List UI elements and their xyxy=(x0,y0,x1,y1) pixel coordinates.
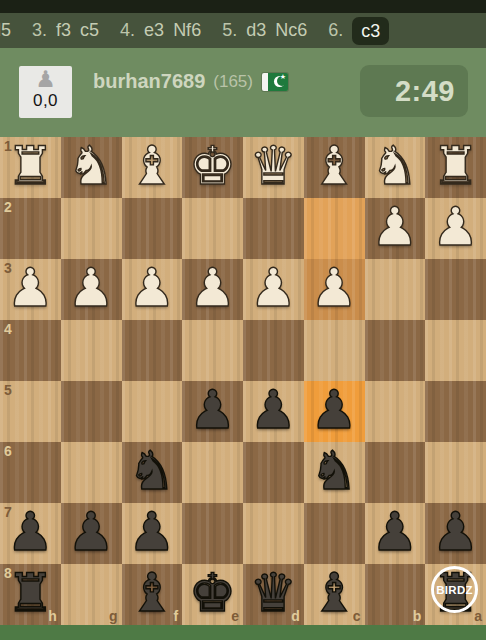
square-g1[interactable]: ♞ xyxy=(61,137,122,198)
square-c1[interactable]: ♝ xyxy=(304,137,365,198)
piece-white-queen[interactable]: ♛ xyxy=(243,137,304,198)
piece-white-knight[interactable]: ♞ xyxy=(365,137,426,198)
square-b4[interactable] xyxy=(365,320,426,381)
opponent-bar: ♟ 0,0 burhan7689 (165) ★ 2:49 xyxy=(0,48,486,137)
move-list: d53.f3c54.e3Nf65.d3Nc66.c3 xyxy=(0,13,486,48)
square-f4[interactable] xyxy=(122,320,183,381)
square-a5[interactable] xyxy=(425,381,486,442)
square-a3[interactable] xyxy=(425,259,486,320)
opponent-rating: (165) xyxy=(213,72,253,92)
square-g3[interactable]: ♟ xyxy=(61,259,122,320)
square-a7[interactable]: ♟ xyxy=(425,503,486,564)
piece-white-pawn[interactable]: ♟ xyxy=(61,259,122,320)
square-f7[interactable]: ♟ xyxy=(122,503,183,564)
square-g5[interactable] xyxy=(61,381,122,442)
file-label-c: c xyxy=(353,608,361,624)
square-f6[interactable]: ♞ xyxy=(122,442,183,503)
square-a4[interactable] xyxy=(425,320,486,381)
piece-white-bishop[interactable]: ♝ xyxy=(304,137,365,198)
rank-label-5: 5 xyxy=(4,382,12,398)
square-f3[interactable]: ♟ xyxy=(122,259,183,320)
piece-white-knight[interactable]: ♞ xyxy=(61,137,122,198)
pawn-icon: ♟ xyxy=(35,67,56,91)
piece-black-knight[interactable]: ♞ xyxy=(122,442,183,503)
bottom-strip xyxy=(0,625,486,640)
square-a2[interactable]: ♟ xyxy=(425,198,486,259)
rank-label-3: 3 xyxy=(4,260,12,276)
piece-white-bishop[interactable]: ♝ xyxy=(122,137,183,198)
piece-white-rook[interactable]: ♜ xyxy=(425,137,486,198)
square-d1[interactable]: ♛ xyxy=(243,137,304,198)
square-a1[interactable]: ♜ xyxy=(425,137,486,198)
square-d4[interactable] xyxy=(243,320,304,381)
file-label-f: f xyxy=(174,608,179,624)
square-g4[interactable] xyxy=(61,320,122,381)
square-h1[interactable]: 1♜ xyxy=(0,137,61,198)
square-d3[interactable]: ♟ xyxy=(243,259,304,320)
square-d6[interactable] xyxy=(243,442,304,503)
square-e7[interactable] xyxy=(182,503,243,564)
square-h2[interactable]: 2 xyxy=(0,198,61,259)
move-item[interactable]: f3 xyxy=(56,13,71,48)
square-g6[interactable] xyxy=(61,442,122,503)
file-label-g: g xyxy=(109,608,118,624)
square-c8[interactable]: c♝ xyxy=(304,564,365,625)
square-f2[interactable] xyxy=(122,198,183,259)
move-number[interactable]: 5. xyxy=(222,13,237,48)
file-label-e: e xyxy=(231,608,239,624)
rank-label-4: 4 xyxy=(4,321,12,337)
move-number[interactable]: 3. xyxy=(32,13,47,48)
square-f1[interactable]: ♝ xyxy=(122,137,183,198)
rank-label-8: 8 xyxy=(4,565,12,581)
square-g7[interactable]: ♟ xyxy=(61,503,122,564)
piece-black-pawn[interactable]: ♟ xyxy=(243,381,304,442)
watermark-badge: BIRDZ xyxy=(431,566,478,613)
move-number[interactable]: 4. xyxy=(120,13,135,48)
square-a6[interactable] xyxy=(425,442,486,503)
square-c7[interactable] xyxy=(304,503,365,564)
move-item[interactable]: Nf6 xyxy=(173,13,201,48)
square-b2[interactable]: ♟ xyxy=(365,198,426,259)
square-b5[interactable] xyxy=(365,381,426,442)
square-c3[interactable]: ♟ xyxy=(304,259,365,320)
file-label-a: a xyxy=(474,608,482,624)
piece-black-pawn[interactable]: ♟ xyxy=(122,503,183,564)
square-e3[interactable]: ♟ xyxy=(182,259,243,320)
square-e6[interactable] xyxy=(182,442,243,503)
square-d7[interactable] xyxy=(243,503,304,564)
square-e8[interactable]: e♚ xyxy=(182,564,243,625)
square-e2[interactable] xyxy=(182,198,243,259)
piece-black-pawn[interactable]: ♟ xyxy=(425,503,486,564)
piece-white-king[interactable]: ♚ xyxy=(182,137,243,198)
square-e1[interactable]: ♚ xyxy=(182,137,243,198)
move-item[interactable]: d3 xyxy=(246,13,266,48)
rank-label-1: 1 xyxy=(4,138,12,154)
piece-black-knight[interactable]: ♞ xyxy=(304,442,365,503)
move-item[interactable]: e3 xyxy=(144,13,164,48)
square-e4[interactable] xyxy=(182,320,243,381)
piece-black-pawn[interactable]: ♟ xyxy=(182,381,243,442)
square-h3[interactable]: 3♟ xyxy=(0,259,61,320)
status-bar xyxy=(0,0,486,13)
opponent-clock-time: 2:49 xyxy=(395,75,455,108)
rank-label-6: 6 xyxy=(4,443,12,459)
square-h4[interactable]: 4 xyxy=(0,320,61,381)
square-d8[interactable]: d♛ xyxy=(243,564,304,625)
opponent-username: burhan7689 xyxy=(93,70,205,93)
move-number[interactable]: 6. xyxy=(328,13,343,48)
file-label-d: d xyxy=(291,608,300,624)
square-h7[interactable]: 7♟ xyxy=(0,503,61,564)
piece-black-pawn[interactable]: ♟ xyxy=(61,503,122,564)
chess-board: BIRDZ 1♜♞♝♚♛♝♞♜2♟♟3♟♟♟♟♟♟45♟♟♟6♞♞7♟♟♟♟♟8… xyxy=(0,137,486,625)
square-c6[interactable]: ♞ xyxy=(304,442,365,503)
rank-label-2: 2 xyxy=(4,199,12,215)
square-f5[interactable] xyxy=(122,381,183,442)
square-b6[interactable] xyxy=(365,442,426,503)
square-c5[interactable]: ♟ xyxy=(304,381,365,442)
move-item[interactable]: Nc6 xyxy=(275,13,307,48)
move-item[interactable]: c3 xyxy=(352,17,389,45)
opponent-clock: 2:49 xyxy=(360,65,468,117)
square-c2[interactable] xyxy=(304,198,365,259)
file-label-h: h xyxy=(48,608,57,624)
opponent-avatar[interactable]: ♟ 0,0 xyxy=(19,66,72,118)
file-label-b: b xyxy=(413,608,422,624)
square-h5[interactable]: 5 xyxy=(0,381,61,442)
square-f8[interactable]: f♝ xyxy=(122,564,183,625)
square-g8[interactable]: g xyxy=(61,564,122,625)
square-d2[interactable] xyxy=(243,198,304,259)
move-item[interactable]: c5 xyxy=(80,13,99,48)
pakistan-flag-icon: ★ xyxy=(262,73,288,91)
piece-black-pawn[interactable]: ♟ xyxy=(365,503,426,564)
square-d5[interactable]: ♟ xyxy=(243,381,304,442)
piece-white-pawn[interactable]: ♟ xyxy=(304,259,365,320)
square-b1[interactable]: ♞ xyxy=(365,137,426,198)
square-b3[interactable] xyxy=(365,259,426,320)
piece-black-pawn[interactable]: ♟ xyxy=(304,381,365,442)
square-g2[interactable] xyxy=(61,198,122,259)
square-h8[interactable]: 8h♜ xyxy=(0,564,61,625)
square-h6[interactable]: 6 xyxy=(0,442,61,503)
opponent-score: 0,0 xyxy=(33,91,58,111)
piece-white-pawn[interactable]: ♟ xyxy=(122,259,183,320)
watermark-text: BIRDZ xyxy=(436,584,473,596)
piece-white-pawn[interactable]: ♟ xyxy=(182,259,243,320)
square-b8[interactable]: b xyxy=(365,564,426,625)
square-c4[interactable] xyxy=(304,320,365,381)
piece-white-pawn[interactable]: ♟ xyxy=(425,198,486,259)
rank-label-7: 7 xyxy=(4,504,12,520)
move-item[interactable]: d5 xyxy=(0,13,11,48)
piece-white-pawn[interactable]: ♟ xyxy=(365,198,426,259)
square-e5[interactable]: ♟ xyxy=(182,381,243,442)
piece-white-pawn[interactable]: ♟ xyxy=(243,259,304,320)
square-b7[interactable]: ♟ xyxy=(365,503,426,564)
